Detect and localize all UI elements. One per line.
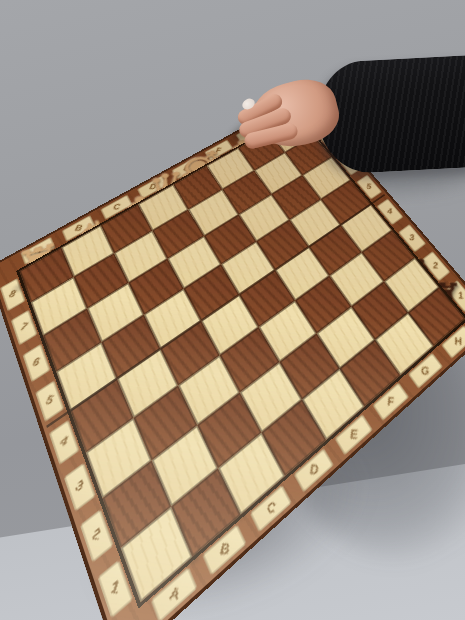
scene: { "game": "chess", "scene": { "descripti…	[0, 0, 465, 620]
coord-rank-2-left-text: 2	[90, 526, 102, 542]
coord-file-C-front-text: C	[264, 501, 276, 517]
coord-rank-4-left: 4	[49, 419, 80, 464]
coord-file-D-back-text: D	[147, 183, 156, 191]
coord-rank-3-right-text: 3	[409, 233, 415, 242]
coord-rank-8-left-text: 8	[7, 289, 18, 299]
coord-file-B-front-text: B	[217, 542, 230, 559]
coord-file-A-front-text: A	[166, 586, 180, 604]
coord-rank-6-right-text: 6	[346, 160, 352, 167]
coord-rank-3-left: 3	[64, 462, 96, 511]
coord-rank-2-right-text: 2	[433, 261, 439, 270]
coord-rank-3-left-text: 3	[73, 478, 85, 493]
coord-file-G-front-text: G	[421, 365, 430, 377]
coord-rank-5-left-text: 5	[44, 394, 55, 407]
coord-rank-7-left-text: 7	[18, 321, 29, 332]
coord-rank-8-left: 8	[0, 278, 25, 311]
coord-file-C-back-text: C	[111, 203, 121, 211]
coord-rank-6-left-text: 6	[31, 356, 42, 368]
coord-file-B-back-text: B	[72, 224, 83, 233]
coord-rank-5-right-text: 5	[366, 183, 372, 191]
coord-file-A-back-text: A	[32, 246, 43, 255]
coord-rank-1-right-text: 1	[458, 291, 463, 301]
coord-rank-6-left: 6	[22, 343, 50, 381]
coord-file-F-front-text: F	[387, 396, 395, 409]
coord-rank-7-left: 7	[11, 309, 38, 345]
coord-file-E-front-text: E	[349, 428, 358, 441]
coord-rank-1-left-text: 1	[109, 579, 122, 597]
coord-rank-4-right-text: 4	[387, 207, 393, 215]
coord-file-D-front-text: D	[308, 463, 319, 477]
coord-rank-4-left-text: 4	[58, 434, 70, 448]
coord-file-H-front-text: H	[454, 337, 461, 348]
